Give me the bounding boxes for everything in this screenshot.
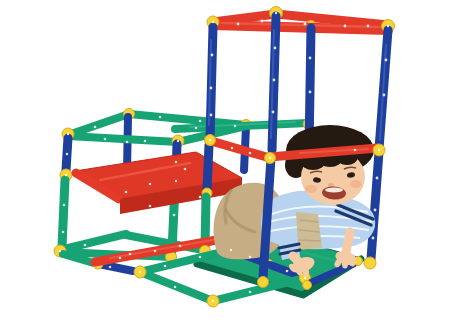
product-photo: Product photo: a smiling toddler crawlin…: [0, 0, 450, 326]
post-right-base-joint: [364, 257, 376, 269]
red-platform: [75, 152, 242, 214]
climbing-gym-scene: Product photo: a smiling toddler crawlin…: [0, 0, 450, 326]
